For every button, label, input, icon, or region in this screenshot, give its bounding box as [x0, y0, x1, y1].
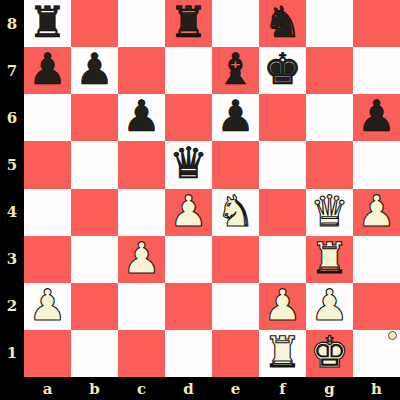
square-d5[interactable]: ♛ — [165, 141, 212, 188]
chessboard-frame: 87654321 ♜♜♞♟♟♝♚♟♟♟♛♟♞♛♟♟♜♟♟♟♜♚ abcdefgh — [0, 0, 400, 400]
black-king-f7[interactable]: ♚ — [263, 48, 302, 91]
square-f6[interactable] — [259, 94, 306, 141]
black-knight-f8[interactable]: ♞ — [263, 1, 302, 44]
rank-label-6: 6 — [0, 94, 24, 141]
square-b2[interactable] — [71, 283, 118, 330]
square-a4[interactable] — [24, 189, 71, 236]
file-label-c: c — [118, 377, 165, 400]
board-grid[interactable]: ♜♜♞♟♟♝♚♟♟♟♛♟♞♛♟♟♜♟♟♟♜♚ — [24, 0, 400, 377]
black-pawn-c6[interactable]: ♟ — [122, 95, 161, 138]
white-pawn-f2[interactable]: ♟ — [263, 284, 302, 327]
white-queen-g4[interactable]: ♛ — [310, 190, 349, 233]
square-b1[interactable] — [71, 330, 118, 377]
rank-label-2: 2 — [0, 283, 24, 330]
highlight-dot-h1 — [388, 331, 397, 340]
square-f3[interactable] — [259, 236, 306, 283]
black-rook-a8[interactable]: ♜ — [28, 1, 67, 44]
square-f1[interactable]: ♜ — [259, 330, 306, 377]
black-bishop-e7[interactable]: ♝ — [216, 48, 255, 91]
square-c3[interactable]: ♟ — [118, 236, 165, 283]
square-f5[interactable] — [259, 141, 306, 188]
square-c6[interactable]: ♟ — [118, 94, 165, 141]
rank-label-1: 1 — [0, 330, 24, 377]
square-a6[interactable] — [24, 94, 71, 141]
square-e7[interactable]: ♝ — [212, 47, 259, 94]
square-b7[interactable]: ♟ — [71, 47, 118, 94]
black-pawn-a7[interactable]: ♟ — [28, 48, 67, 91]
square-a3[interactable] — [24, 236, 71, 283]
square-c7[interactable] — [118, 47, 165, 94]
file-label-b: b — [71, 377, 118, 400]
rank-label-3: 3 — [0, 236, 24, 283]
black-queen-d5[interactable]: ♛ — [169, 142, 208, 185]
square-d8[interactable]: ♜ — [165, 0, 212, 47]
white-king-g1[interactable]: ♚ — [310, 331, 349, 374]
square-h6[interactable]: ♟ — [353, 94, 400, 141]
rank-label-8: 8 — [0, 0, 24, 47]
square-b4[interactable] — [71, 189, 118, 236]
rank-labels: 87654321 — [0, 0, 24, 377]
square-a2[interactable]: ♟ — [24, 283, 71, 330]
file-label-e: e — [212, 377, 259, 400]
white-pawn-g2[interactable]: ♟ — [310, 284, 349, 327]
square-g5[interactable] — [306, 141, 353, 188]
square-d6[interactable] — [165, 94, 212, 141]
white-rook-f1[interactable]: ♜ — [263, 331, 302, 374]
square-g8[interactable] — [306, 0, 353, 47]
white-pawn-c3[interactable]: ♟ — [122, 237, 161, 280]
square-h3[interactable] — [353, 236, 400, 283]
square-g1[interactable]: ♚ — [306, 330, 353, 377]
white-pawn-h4[interactable]: ♟ — [357, 190, 396, 233]
square-e5[interactable] — [212, 141, 259, 188]
file-label-f: f — [259, 377, 306, 400]
square-g6[interactable] — [306, 94, 353, 141]
square-c5[interactable] — [118, 141, 165, 188]
square-g3[interactable]: ♜ — [306, 236, 353, 283]
square-e1[interactable] — [212, 330, 259, 377]
square-e4[interactable]: ♞ — [212, 189, 259, 236]
square-c4[interactable] — [118, 189, 165, 236]
square-b6[interactable] — [71, 94, 118, 141]
square-b8[interactable] — [71, 0, 118, 47]
square-b5[interactable] — [71, 141, 118, 188]
square-d4[interactable]: ♟ — [165, 189, 212, 236]
white-pawn-a2[interactable]: ♟ — [28, 284, 67, 327]
square-d7[interactable] — [165, 47, 212, 94]
square-d3[interactable] — [165, 236, 212, 283]
square-d1[interactable] — [165, 330, 212, 377]
black-pawn-b7[interactable]: ♟ — [75, 48, 114, 91]
square-b3[interactable] — [71, 236, 118, 283]
square-f8[interactable]: ♞ — [259, 0, 306, 47]
white-pawn-d4[interactable]: ♟ — [169, 190, 208, 233]
square-h4[interactable]: ♟ — [353, 189, 400, 236]
file-labels: abcdefgh — [24, 377, 400, 400]
square-h7[interactable] — [353, 47, 400, 94]
square-f2[interactable]: ♟ — [259, 283, 306, 330]
square-c8[interactable] — [118, 0, 165, 47]
square-a1[interactable] — [24, 330, 71, 377]
rank-label-7: 7 — [0, 47, 24, 94]
file-label-a: a — [24, 377, 71, 400]
square-a8[interactable]: ♜ — [24, 0, 71, 47]
file-label-g: g — [306, 377, 353, 400]
square-d2[interactable] — [165, 283, 212, 330]
square-e3[interactable] — [212, 236, 259, 283]
black-pawn-h6[interactable]: ♟ — [357, 95, 396, 138]
square-h8[interactable] — [353, 0, 400, 47]
square-f4[interactable] — [259, 189, 306, 236]
white-rook-g3[interactable]: ♜ — [310, 237, 349, 280]
rank-label-5: 5 — [0, 141, 24, 188]
square-h5[interactable] — [353, 141, 400, 188]
square-e8[interactable] — [212, 0, 259, 47]
black-rook-d8[interactable]: ♜ — [169, 1, 208, 44]
square-e6[interactable]: ♟ — [212, 94, 259, 141]
square-e2[interactable] — [212, 283, 259, 330]
rank-label-4: 4 — [0, 189, 24, 236]
square-h2[interactable] — [353, 283, 400, 330]
square-g4[interactable]: ♛ — [306, 189, 353, 236]
file-label-d: d — [165, 377, 212, 400]
square-c2[interactable] — [118, 283, 165, 330]
white-knight-e4[interactable]: ♞ — [216, 190, 255, 233]
square-g2[interactable]: ♟ — [306, 283, 353, 330]
square-a5[interactable] — [24, 141, 71, 188]
black-pawn-e6[interactable]: ♟ — [216, 95, 255, 138]
square-a7[interactable]: ♟ — [24, 47, 71, 94]
square-g7[interactable] — [306, 47, 353, 94]
square-c1[interactable] — [118, 330, 165, 377]
square-f7[interactable]: ♚ — [259, 47, 306, 94]
file-label-h: h — [353, 377, 400, 400]
